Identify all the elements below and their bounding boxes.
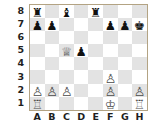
- square-f6[interactable]: [103, 31, 118, 44]
- square-c7[interactable]: [59, 18, 74, 31]
- square-a4[interactable]: [30, 57, 45, 70]
- square-g7[interactable]: ♟: [118, 18, 133, 31]
- square-h5[interactable]: [132, 44, 147, 57]
- rank-label-8: 8: [8, 4, 24, 17]
- square-g6[interactable]: [118, 31, 133, 44]
- square-b6[interactable]: [45, 31, 60, 44]
- square-a2[interactable]: ♙: [30, 84, 45, 97]
- square-d3[interactable]: [74, 70, 89, 83]
- file-label-f: F: [103, 110, 118, 122]
- square-f8[interactable]: [103, 5, 118, 18]
- square-b2[interactable]: ♙: [45, 84, 60, 97]
- square-b3[interactable]: [45, 70, 60, 83]
- file-label-c: C: [59, 110, 74, 122]
- black-pawn: ♟: [32, 19, 43, 32]
- square-f2[interactable]: ♙: [103, 84, 118, 97]
- square-d7[interactable]: [74, 18, 89, 31]
- square-c3[interactable]: [59, 70, 74, 83]
- square-g8[interactable]: [118, 5, 133, 18]
- white-pawn: ♙: [105, 84, 116, 97]
- chess-diagram: 87654321 ♜♝♜♟♟♟♟♚♕♟♙♙♙♙♙♙♖♔♖ ABCDEFGH: [0, 0, 161, 122]
- square-f5[interactable]: [103, 44, 118, 57]
- file-labels: ABCDEFGH: [30, 110, 147, 122]
- square-d5[interactable]: ♟: [74, 44, 89, 57]
- black-pawn: ♟: [119, 19, 130, 32]
- square-c1[interactable]: [59, 97, 74, 110]
- square-c6[interactable]: [59, 31, 74, 44]
- square-a8[interactable]: ♜: [30, 5, 45, 18]
- square-g4[interactable]: [118, 57, 133, 70]
- square-b7[interactable]: ♟: [45, 18, 60, 31]
- file-label-g: G: [118, 110, 133, 122]
- black-rook: ♜: [32, 6, 43, 19]
- black-pawn: ♟: [105, 19, 116, 32]
- square-h1[interactable]: ♖: [132, 97, 147, 110]
- chess-board: ♜♝♜♟♟♟♟♚♕♟♙♙♙♙♙♙♖♔♖: [29, 4, 148, 111]
- black-rook: ♜: [90, 6, 101, 19]
- square-f4[interactable]: [103, 57, 118, 70]
- white-pawn: ♙: [32, 84, 43, 97]
- square-f7[interactable]: ♟: [103, 18, 118, 31]
- square-c2[interactable]: ♙: [59, 84, 74, 97]
- square-b5[interactable]: [45, 44, 60, 57]
- square-a6[interactable]: [30, 31, 45, 44]
- square-d1[interactable]: [74, 97, 89, 110]
- white-pawn: ♙: [61, 84, 72, 97]
- square-c8[interactable]: ♝: [59, 5, 74, 18]
- white-rook: ♖: [32, 97, 43, 110]
- square-g3[interactable]: [118, 70, 133, 83]
- square-d6[interactable]: [74, 31, 89, 44]
- white-king: ♔: [105, 97, 116, 110]
- square-g5[interactable]: [118, 44, 133, 57]
- square-e5[interactable]: [88, 44, 103, 57]
- square-a3[interactable]: [30, 70, 45, 83]
- square-a5[interactable]: [30, 44, 45, 57]
- white-pawn: ♙: [46, 84, 57, 97]
- square-h3[interactable]: [132, 70, 147, 83]
- square-b8[interactable]: [45, 5, 60, 18]
- white-pawn: ♙: [134, 84, 145, 97]
- square-f3[interactable]: ♙: [103, 70, 118, 83]
- square-e8[interactable]: ♜: [88, 5, 103, 18]
- rank-label-4: 4: [8, 56, 24, 69]
- square-e4[interactable]: [88, 57, 103, 70]
- square-h4[interactable]: [132, 57, 147, 70]
- file-label-a: A: [30, 110, 45, 122]
- square-h6[interactable]: [132, 31, 147, 44]
- rank-label-2: 2: [8, 83, 24, 96]
- square-a1[interactable]: ♖: [30, 97, 45, 110]
- square-b1[interactable]: [45, 97, 60, 110]
- square-c5[interactable]: ♕: [59, 44, 74, 57]
- rank-labels: 87654321: [8, 4, 24, 109]
- file-label-d: D: [74, 110, 89, 122]
- square-f1[interactable]: ♔: [103, 97, 118, 110]
- square-h8[interactable]: [132, 5, 147, 18]
- square-c4[interactable]: [59, 57, 74, 70]
- square-e7[interactable]: [88, 18, 103, 31]
- square-g2[interactable]: [118, 84, 133, 97]
- square-h7[interactable]: ♚: [132, 18, 147, 31]
- square-g1[interactable]: [118, 97, 133, 110]
- rank-label-5: 5: [8, 43, 24, 56]
- square-e2[interactable]: [88, 84, 103, 97]
- square-a7[interactable]: ♟: [30, 18, 45, 31]
- square-e1[interactable]: [88, 97, 103, 110]
- square-d2[interactable]: [74, 84, 89, 97]
- rank-label-1: 1: [8, 96, 24, 109]
- white-queen: ♕: [61, 45, 72, 58]
- file-label-b: B: [45, 110, 60, 122]
- black-pawn: ♟: [75, 45, 86, 58]
- black-king: ♚: [134, 19, 145, 32]
- rank-label-3: 3: [8, 69, 24, 82]
- rank-label-7: 7: [8, 17, 24, 30]
- square-e6[interactable]: [88, 31, 103, 44]
- file-label-h: H: [132, 110, 147, 122]
- square-h2[interactable]: ♙: [132, 84, 147, 97]
- square-e3[interactable]: [88, 70, 103, 83]
- square-b4[interactable]: [45, 57, 60, 70]
- black-bishop: ♝: [61, 6, 72, 19]
- white-pawn: ♙: [105, 71, 116, 84]
- file-label-e: E: [88, 110, 103, 122]
- black-pawn: ♟: [46, 19, 57, 32]
- white-rook: ♖: [134, 97, 145, 110]
- rank-label-6: 6: [8, 30, 24, 43]
- square-d4[interactable]: [74, 57, 89, 70]
- square-d8[interactable]: [74, 5, 89, 18]
